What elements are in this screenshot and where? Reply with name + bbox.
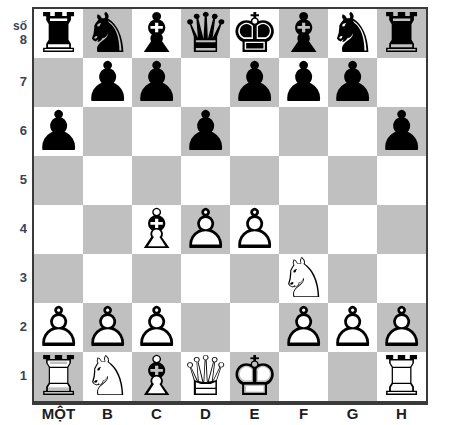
square-a1[interactable]: ♜♖ xyxy=(34,352,83,401)
square-h1[interactable]: ♜♖ xyxy=(377,352,426,401)
white-knight-outline-glyph: ♘ xyxy=(83,352,132,401)
white-pawn-outline-glyph: ♙ xyxy=(181,205,230,254)
white-rook-outline-glyph: ♖ xyxy=(377,352,426,401)
piece-black-pawn-g7: ♟ xyxy=(328,58,377,107)
square-d3[interactable] xyxy=(181,254,230,303)
file-label-a: MỘT xyxy=(34,405,83,423)
white-queen-outline-glyph: ♕ xyxy=(181,352,230,401)
file-label-c: C xyxy=(132,405,181,423)
piece-white-pawn-f2: ♟♙ xyxy=(279,303,328,352)
white-king-outline-glyph: ♔ xyxy=(230,352,279,401)
rank-label-4: 4 xyxy=(0,205,27,254)
square-e6[interactable] xyxy=(230,107,279,156)
piece-black-pawn-a6: ♟ xyxy=(34,107,83,156)
square-b7[interactable]: ♟ xyxy=(83,58,132,107)
square-c6[interactable] xyxy=(132,107,181,156)
piece-white-pawn-g2: ♟♙ xyxy=(328,303,377,352)
square-b6[interactable] xyxy=(83,107,132,156)
piece-black-pawn-e7: ♟ xyxy=(230,58,279,107)
square-g2[interactable]: ♟♙ xyxy=(328,303,377,352)
square-g4[interactable] xyxy=(328,205,377,254)
white-rook-outline-glyph: ♖ xyxy=(34,352,83,401)
square-g7[interactable]: ♟ xyxy=(328,58,377,107)
file-label-b: B xyxy=(83,405,132,423)
square-g6[interactable] xyxy=(328,107,377,156)
piece-black-pawn-b7: ♟ xyxy=(83,58,132,107)
piece-white-king-e1: ♚♔ xyxy=(230,352,279,401)
file-label-h: H xyxy=(377,405,426,423)
rank-label-7: 7 xyxy=(0,58,27,107)
square-f5[interactable] xyxy=(279,156,328,205)
square-b4[interactable] xyxy=(83,205,132,254)
piece-white-pawn-d4: ♟♙ xyxy=(181,205,230,254)
chess-board: ♜♞♝♛♚♝♞♜♟♟♟♟♟♟♟♟♝♗♟♙♟♙♞♘♟♙♟♙♟♙♟♙♟♙♟♙♜♖♞♘… xyxy=(32,7,428,405)
piece-white-knight-b1: ♞♘ xyxy=(83,352,132,401)
square-b1[interactable]: ♞♘ xyxy=(83,352,132,401)
square-e7[interactable]: ♟ xyxy=(230,58,279,107)
square-c1[interactable]: ♝♗ xyxy=(132,352,181,401)
square-e4[interactable]: ♟♙ xyxy=(230,205,279,254)
square-e3[interactable] xyxy=(230,254,279,303)
square-g1[interactable] xyxy=(328,352,377,401)
rank-label-text: 6 xyxy=(20,124,27,138)
rank-label-text: 7 xyxy=(20,75,27,89)
piece-black-pawn-c7: ♟ xyxy=(132,58,181,107)
white-pawn-outline-glyph: ♙ xyxy=(328,303,377,352)
square-h6[interactable]: ♟ xyxy=(377,107,426,156)
piece-white-bishop-c4: ♝♗ xyxy=(132,205,181,254)
rank-label-text: 4 xyxy=(20,222,27,236)
square-b5[interactable] xyxy=(83,156,132,205)
white-pawn-outline-glyph: ♙ xyxy=(230,205,279,254)
square-a8[interactable]: ♜ xyxy=(34,9,83,58)
square-h5[interactable] xyxy=(377,156,426,205)
square-d8[interactable]: ♛ xyxy=(181,9,230,58)
square-a5[interactable] xyxy=(34,156,83,205)
piece-white-rook-h1: ♜♖ xyxy=(377,352,426,401)
rank-label-text: 5 xyxy=(20,173,27,187)
piece-white-rook-a1: ♜♖ xyxy=(34,352,83,401)
piece-black-rook-h8: ♜ xyxy=(377,9,426,58)
square-d1[interactable]: ♛♕ xyxy=(181,352,230,401)
square-f6[interactable] xyxy=(279,107,328,156)
file-label-g: G xyxy=(328,405,377,423)
piece-white-bishop-c1: ♝♗ xyxy=(132,352,181,401)
square-h4[interactable] xyxy=(377,205,426,254)
square-c7[interactable]: ♟ xyxy=(132,58,181,107)
square-f2[interactable]: ♟♙ xyxy=(279,303,328,352)
piece-white-pawn-e4: ♟♙ xyxy=(230,205,279,254)
rank-label-text: 8 xyxy=(20,33,27,47)
square-a6[interactable]: ♟ xyxy=(34,107,83,156)
rank-label-text: 1 xyxy=(20,369,27,383)
piece-white-queen-d1: ♛♕ xyxy=(181,352,230,401)
rank-label-text: 3 xyxy=(20,271,27,285)
piece-black-pawn-d6: ♟ xyxy=(181,107,230,156)
square-d6[interactable]: ♟ xyxy=(181,107,230,156)
rank-label-text: số xyxy=(13,20,27,33)
rank-label-3: 3 xyxy=(0,254,27,303)
square-e1[interactable]: ♚♔ xyxy=(230,352,279,401)
file-label-f: F xyxy=(279,405,328,423)
rank-label-5: 5 xyxy=(0,156,27,205)
piece-black-pawn-h6: ♟ xyxy=(377,107,426,156)
square-c4[interactable]: ♝♗ xyxy=(132,205,181,254)
square-d4[interactable]: ♟♙ xyxy=(181,205,230,254)
rank-label-text: 2 xyxy=(20,320,27,334)
rank-label-6: 6 xyxy=(0,107,27,156)
white-bishop-outline-glyph: ♗ xyxy=(132,352,181,401)
piece-black-pawn-f7: ♟ xyxy=(279,58,328,107)
white-pawn-outline-glyph: ♙ xyxy=(279,303,328,352)
file-label-e: E xyxy=(230,405,279,423)
rank-label-2: 2 xyxy=(0,303,27,352)
rank-label-1: 1 xyxy=(0,352,27,401)
rank-label-8: số8 xyxy=(0,9,27,58)
square-g5[interactable] xyxy=(328,156,377,205)
square-h8[interactable]: ♜ xyxy=(377,9,426,58)
square-a4[interactable] xyxy=(34,205,83,254)
piece-black-queen-d8: ♛ xyxy=(181,9,230,58)
piece-black-rook-a8: ♜ xyxy=(34,9,83,58)
square-f7[interactable]: ♟ xyxy=(279,58,328,107)
white-bishop-outline-glyph: ♗ xyxy=(132,205,181,254)
square-f1[interactable] xyxy=(279,352,328,401)
file-label-d: D xyxy=(181,405,230,423)
